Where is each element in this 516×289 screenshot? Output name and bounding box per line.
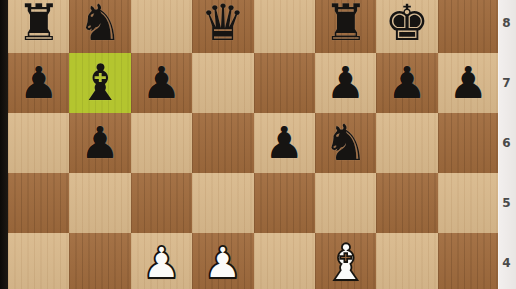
rank-label-8: 8	[499, 15, 514, 31]
square-h6[interactable]	[438, 113, 499, 173]
square-d8[interactable]: ♛	[192, 0, 253, 53]
square-h7[interactable]: ♟	[438, 53, 499, 113]
square-f8[interactable]: ♜	[315, 0, 376, 53]
square-a6[interactable]	[8, 113, 69, 173]
black-pawn-h7[interactable]: ♟	[449, 53, 488, 113]
black-rook-a8[interactable]: ♜	[16, 0, 61, 53]
square-d6[interactable]	[192, 113, 253, 173]
square-a5[interactable]	[8, 173, 69, 233]
square-b8[interactable]: ♞	[69, 0, 130, 53]
square-g8[interactable]: ♚	[376, 0, 437, 53]
rank-coordinate-strip: 87654	[498, 0, 516, 289]
chess-board: ♜♞♛♜♚♟♝♟♟♟♟♟♟♞♟♟♝	[8, 0, 499, 289]
black-rook-f8[interactable]: ♜	[323, 0, 368, 53]
black-knight-b8[interactable]: ♞	[78, 0, 123, 53]
square-b6[interactable]: ♟	[69, 113, 130, 173]
square-d4[interactable]: ♟	[192, 233, 253, 289]
square-f6[interactable]: ♞	[315, 113, 376, 173]
square-e8[interactable]	[254, 0, 315, 53]
square-c5[interactable]	[131, 173, 192, 233]
square-b5[interactable]	[69, 173, 130, 233]
square-d7[interactable]	[192, 53, 253, 113]
black-pawn-c7[interactable]: ♟	[142, 53, 181, 113]
square-e5[interactable]	[254, 173, 315, 233]
black-pawn-b6[interactable]: ♟	[80, 113, 119, 173]
square-a8[interactable]: ♜	[8, 0, 69, 53]
square-d5[interactable]	[192, 173, 253, 233]
square-f7[interactable]: ♟	[315, 53, 376, 113]
square-e4[interactable]	[254, 233, 315, 289]
square-c8[interactable]	[131, 0, 192, 53]
rank-label-7: 7	[499, 75, 514, 91]
left-edge-bar	[0, 0, 8, 289]
black-pawn-f7[interactable]: ♟	[326, 53, 365, 113]
rank-label-4: 4	[499, 255, 514, 271]
square-f4[interactable]: ♝	[315, 233, 376, 289]
square-e6[interactable]: ♟	[254, 113, 315, 173]
square-e7[interactable]	[254, 53, 315, 113]
white-pawn-d4[interactable]: ♟	[203, 233, 242, 289]
square-a4[interactable]	[8, 233, 69, 289]
square-c7[interactable]: ♟	[131, 53, 192, 113]
chessboard-view: ♜♞♛♜♚♟♝♟♟♟♟♟♟♞♟♟♝ 87654	[0, 0, 516, 289]
black-pawn-e6[interactable]: ♟	[264, 113, 303, 173]
black-knight-f6[interactable]: ♞	[323, 113, 368, 173]
square-g4[interactable]	[376, 233, 437, 289]
square-g5[interactable]	[376, 173, 437, 233]
black-king-g8[interactable]: ♚	[385, 0, 430, 53]
white-pawn-c4[interactable]: ♟	[142, 233, 181, 289]
square-g7[interactable]: ♟	[376, 53, 437, 113]
square-h5[interactable]	[438, 173, 499, 233]
rank-label-5: 5	[499, 195, 514, 211]
square-h4[interactable]	[438, 233, 499, 289]
square-f5[interactable]	[315, 173, 376, 233]
black-pawn-g7[interactable]: ♟	[387, 53, 426, 113]
black-queen-d8[interactable]: ♛	[200, 0, 245, 53]
rank-label-6: 6	[499, 135, 514, 151]
square-c6[interactable]	[131, 113, 192, 173]
square-b7[interactable]: ♝	[69, 53, 130, 113]
square-g6[interactable]	[376, 113, 437, 173]
white-bishop-f4[interactable]: ♝	[323, 233, 368, 289]
square-h8[interactable]	[438, 0, 499, 53]
square-c4[interactable]: ♟	[131, 233, 192, 289]
black-pawn-a7[interactable]: ♟	[19, 53, 58, 113]
black-bishop-b7[interactable]: ♝	[78, 53, 123, 113]
square-a7[interactable]: ♟	[8, 53, 69, 113]
square-b4[interactable]	[69, 233, 130, 289]
